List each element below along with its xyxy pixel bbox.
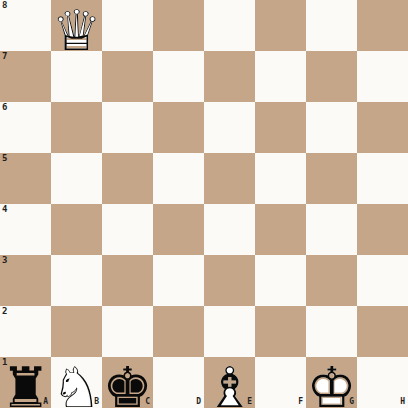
king-glyph-outline: ♔	[306, 357, 357, 408]
rank-label-7: 7	[2, 52, 7, 61]
square-b3[interactable]	[51, 255, 102, 306]
square-b2[interactable]	[51, 306, 102, 357]
square-a2[interactable]: 2	[0, 306, 51, 357]
square-a5[interactable]: 5	[0, 153, 51, 204]
square-d5[interactable]	[153, 153, 204, 204]
square-d4[interactable]	[153, 204, 204, 255]
square-b8[interactable]: ♛♕	[51, 0, 102, 51]
square-g1[interactable]: G♚♔	[306, 357, 357, 408]
square-g7[interactable]	[306, 51, 357, 102]
square-f1[interactable]: F	[255, 357, 306, 408]
square-h5[interactable]	[357, 153, 408, 204]
square-h3[interactable]	[357, 255, 408, 306]
square-d7[interactable]	[153, 51, 204, 102]
black-rook-piece[interactable]: ♜	[0, 357, 51, 408]
square-g2[interactable]	[306, 306, 357, 357]
file-label-d: D	[196, 398, 201, 406]
chess-board: 8♛♕7654321A♜B♞♘C♚DE♝♗FG♚♔H	[0, 0, 408, 408]
rank-label-6: 6	[2, 103, 7, 112]
square-b5[interactable]	[51, 153, 102, 204]
square-h1[interactable]: H	[357, 357, 408, 408]
square-b4[interactable]	[51, 204, 102, 255]
square-f5[interactable]	[255, 153, 306, 204]
square-f6[interactable]	[255, 102, 306, 153]
square-c2[interactable]	[102, 306, 153, 357]
square-h2[interactable]	[357, 306, 408, 357]
square-a8[interactable]: 8	[0, 0, 51, 51]
square-d2[interactable]	[153, 306, 204, 357]
square-g5[interactable]	[306, 153, 357, 204]
square-b6[interactable]	[51, 102, 102, 153]
square-c5[interactable]	[102, 153, 153, 204]
white-bishop-piece[interactable]: ♝♗	[204, 357, 255, 408]
square-a6[interactable]: 6	[0, 102, 51, 153]
square-h8[interactable]	[357, 0, 408, 51]
file-label-h: H	[400, 398, 405, 406]
square-f4[interactable]	[255, 204, 306, 255]
square-a7[interactable]: 7	[0, 51, 51, 102]
square-c1[interactable]: C♚	[102, 357, 153, 408]
square-d8[interactable]	[153, 0, 204, 51]
square-f2[interactable]	[255, 306, 306, 357]
square-a4[interactable]: 4	[0, 204, 51, 255]
square-c4[interactable]	[102, 204, 153, 255]
square-b7[interactable]	[51, 51, 102, 102]
white-queen-piece[interactable]: ♛♕	[51, 0, 102, 51]
square-h4[interactable]	[357, 204, 408, 255]
square-h6[interactable]	[357, 102, 408, 153]
square-e2[interactable]	[204, 306, 255, 357]
square-e7[interactable]	[204, 51, 255, 102]
square-d3[interactable]	[153, 255, 204, 306]
square-f3[interactable]	[255, 255, 306, 306]
square-g6[interactable]	[306, 102, 357, 153]
square-d1[interactable]: D	[153, 357, 204, 408]
square-f7[interactable]	[255, 51, 306, 102]
rank-label-3: 3	[2, 256, 7, 265]
file-label-f: F	[298, 398, 303, 406]
rank-label-2: 2	[2, 307, 7, 316]
square-d6[interactable]	[153, 102, 204, 153]
bishop-glyph-outline: ♗	[204, 357, 255, 408]
white-king-piece[interactable]: ♚♔	[306, 357, 357, 408]
square-c6[interactable]	[102, 102, 153, 153]
square-c8[interactable]	[102, 0, 153, 51]
square-a3[interactable]: 3	[0, 255, 51, 306]
rank-label-8: 8	[2, 1, 7, 10]
square-f8[interactable]	[255, 0, 306, 51]
square-a1[interactable]: 1A♜	[0, 357, 51, 408]
rank-label-5: 5	[2, 154, 7, 163]
square-e5[interactable]	[204, 153, 255, 204]
rook-glyph: ♜	[0, 357, 51, 408]
white-knight-piece[interactable]: ♞♘	[51, 357, 102, 408]
square-b1[interactable]: B♞♘	[51, 357, 102, 408]
black-king-piece[interactable]: ♚	[102, 357, 153, 408]
square-c3[interactable]	[102, 255, 153, 306]
square-g8[interactable]	[306, 0, 357, 51]
square-e3[interactable]	[204, 255, 255, 306]
king-glyph: ♚	[102, 357, 153, 408]
square-h7[interactable]	[357, 51, 408, 102]
square-e4[interactable]	[204, 204, 255, 255]
rank-label-4: 4	[2, 205, 7, 214]
square-g3[interactable]	[306, 255, 357, 306]
square-e8[interactable]	[204, 0, 255, 51]
square-e6[interactable]	[204, 102, 255, 153]
knight-glyph-outline: ♘	[51, 357, 102, 408]
square-c7[interactable]	[102, 51, 153, 102]
square-e1[interactable]: E♝♗	[204, 357, 255, 408]
queen-glyph-outline: ♕	[51, 0, 102, 51]
square-g4[interactable]	[306, 204, 357, 255]
